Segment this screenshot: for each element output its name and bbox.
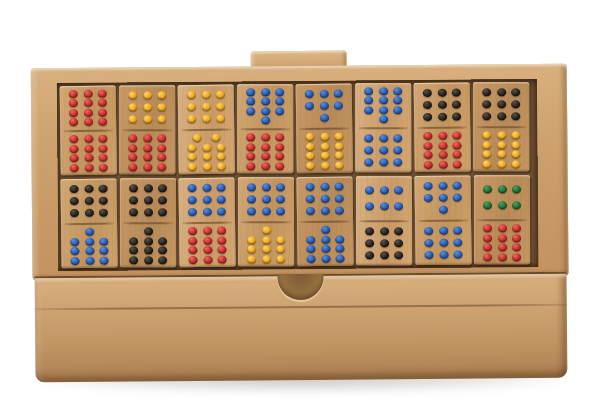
yellow-pip — [276, 255, 285, 263]
yellow-pip — [483, 141, 492, 149]
red-pip — [129, 153, 138, 161]
blue-pip — [438, 193, 447, 201]
blue-pip — [424, 194, 433, 202]
pip-row — [477, 160, 525, 168]
pip-row — [419, 150, 467, 159]
red-pip — [84, 144, 93, 152]
blue-pip — [380, 186, 389, 194]
domino-half-top-blue-6 — [356, 176, 412, 220]
blue-pip — [365, 135, 374, 143]
red-pip — [247, 133, 256, 141]
red-pip — [70, 154, 79, 162]
black-pip — [365, 228, 374, 236]
red-pip — [98, 108, 107, 116]
domino-half-top-blue-9 — [178, 177, 235, 221]
blue-pip — [319, 90, 328, 98]
pip-row — [478, 234, 526, 242]
red-pip — [84, 163, 93, 171]
pip-row — [182, 102, 230, 111]
yellow-pip — [511, 131, 520, 139]
red-pip — [512, 234, 521, 242]
red-pip — [438, 160, 447, 168]
black-pip — [423, 113, 432, 121]
domino-tile-9-10[interactable] — [60, 178, 117, 268]
red-pip — [83, 99, 92, 107]
black-pip — [380, 251, 389, 259]
domino-tile-9-12[interactable] — [473, 82, 529, 171]
yellow-pip — [187, 91, 196, 99]
red-pip — [129, 144, 138, 152]
blue-pip — [188, 196, 197, 204]
red-pip — [498, 234, 507, 242]
pip-row — [183, 183, 231, 192]
yellow-pip — [201, 91, 210, 99]
green-pip — [483, 201, 492, 209]
blue-pip — [305, 102, 314, 110]
pip-row — [242, 236, 290, 244]
black-pip — [84, 185, 93, 193]
pip-row — [477, 131, 525, 139]
pip-row — [302, 254, 350, 263]
blue-pip — [320, 206, 329, 214]
domino-tile-9-11[interactable] — [178, 84, 235, 174]
red-pip — [438, 151, 447, 159]
pip-row — [359, 96, 407, 104]
blue-pip — [275, 97, 284, 105]
black-pip — [98, 184, 107, 192]
red-pip — [98, 154, 107, 162]
red-pip — [84, 118, 93, 126]
blue-pip — [334, 194, 343, 202]
black-pip — [511, 100, 520, 108]
yellow-pip — [143, 91, 152, 99]
red-pip — [143, 163, 152, 171]
pip-row — [183, 195, 231, 204]
blue-pip — [306, 207, 315, 215]
blue-pip — [393, 106, 402, 114]
pip-row — [418, 88, 466, 97]
blue-pip — [306, 183, 315, 191]
blue-pip — [71, 256, 80, 264]
black-pip — [482, 100, 491, 108]
black-pip — [482, 112, 491, 120]
blue-pip — [85, 247, 94, 255]
blue-pip — [321, 245, 330, 253]
blue-pip — [202, 196, 211, 204]
blue-pip — [276, 183, 285, 191]
red-pip — [70, 144, 79, 152]
domino-half-bottom-yellow-10 — [238, 223, 294, 267]
blue-pip — [380, 202, 389, 210]
blue-pip — [320, 194, 329, 202]
blue-pip — [216, 183, 225, 191]
red-pip — [189, 246, 198, 254]
yellow-pip — [320, 142, 329, 150]
pip-row — [419, 251, 467, 260]
domino-half-bottom-yellow-12 — [473, 128, 529, 172]
pip-row — [241, 97, 289, 105]
blue-pip — [99, 247, 108, 255]
black-pip — [129, 208, 138, 216]
blue-pip — [453, 251, 462, 259]
red-pip — [498, 224, 507, 232]
blue-pip — [379, 87, 388, 95]
pip-row — [124, 227, 172, 235]
blue-pip — [307, 235, 316, 243]
pip-row — [300, 113, 348, 122]
pip-row — [301, 182, 349, 191]
pip-row — [64, 99, 112, 108]
yellow-pip — [128, 91, 137, 99]
yellow-pip — [497, 141, 506, 149]
red-pip — [483, 224, 492, 232]
black-pip — [129, 237, 138, 245]
yellow-pip — [334, 133, 343, 141]
yellow-pip — [334, 142, 343, 150]
domino-half-bottom-red-12 — [414, 128, 471, 172]
black-pip — [497, 112, 506, 120]
blue-pip — [321, 226, 330, 234]
blue-pip — [335, 206, 344, 214]
blue-pip — [379, 135, 388, 143]
black-pip — [423, 101, 432, 109]
black-pip — [158, 237, 167, 245]
domino-tile-9-12[interactable] — [414, 82, 471, 172]
green-pip — [512, 201, 521, 209]
blue-pip — [275, 88, 284, 96]
red-pip — [217, 236, 226, 244]
domino-half-top-blue-7 — [414, 175, 471, 219]
red-pip — [261, 162, 270, 170]
red-pip — [217, 227, 226, 235]
black-pip — [365, 251, 374, 259]
yellow-pip — [192, 134, 201, 142]
blue-pip — [394, 186, 403, 194]
red-pip — [83, 89, 92, 97]
black-pip — [144, 246, 153, 254]
blue-pip — [71, 237, 80, 245]
blue-pip — [333, 89, 342, 97]
blue-pip — [202, 184, 211, 192]
pip-row — [64, 144, 112, 153]
green-pip — [483, 185, 492, 193]
black-pip — [380, 228, 389, 236]
pip-row — [478, 224, 526, 232]
pip-row — [360, 228, 408, 236]
pip-row — [64, 135, 112, 144]
pip-row — [419, 227, 467, 236]
blue-pip — [261, 97, 270, 105]
blue-pip — [247, 207, 256, 215]
domino-tile-9-10[interactable] — [238, 177, 294, 266]
black-pip — [451, 88, 460, 96]
blue-pip — [379, 147, 388, 155]
pip-row — [477, 141, 525, 149]
black-pip — [437, 89, 446, 97]
pip-row — [242, 195, 290, 203]
black-pip — [452, 112, 461, 120]
yellow-pip — [187, 103, 196, 111]
pip-row — [182, 114, 230, 123]
blue-pip — [261, 116, 270, 124]
red-pip — [70, 163, 79, 171]
black-pip — [365, 240, 374, 248]
red-pip — [69, 99, 78, 107]
yellow-pip — [188, 162, 197, 170]
pip-row — [301, 194, 349, 203]
red-pip — [98, 144, 107, 152]
yellow-pip — [157, 115, 166, 123]
blue-pip — [335, 235, 344, 243]
pip-row — [418, 131, 466, 140]
box-front-panel — [35, 272, 568, 383]
yellow-pip — [202, 153, 211, 161]
domino-tile-10-12[interactable] — [237, 84, 293, 173]
pip-row — [478, 253, 526, 261]
pip-row — [301, 225, 349, 234]
blue-pip — [202, 207, 211, 215]
pip-row — [359, 158, 407, 166]
blue-pip — [85, 256, 94, 264]
blue-pip — [276, 195, 285, 203]
blue-pip — [439, 227, 448, 235]
blue-pip — [247, 183, 256, 191]
pip-row — [242, 207, 290, 215]
red-pip — [69, 89, 78, 97]
domino-tile-9-12[interactable] — [178, 177, 235, 267]
pip-row — [241, 162, 289, 170]
domino-half-bottom-yellow-11 — [178, 130, 235, 174]
pip-row — [123, 91, 171, 99]
pip-row — [477, 112, 525, 120]
black-pip — [158, 184, 167, 192]
domino-half-top-blue-10 — [237, 84, 293, 128]
blue-pip — [85, 237, 94, 245]
yellow-pip — [306, 142, 315, 150]
blue-pip — [424, 182, 433, 190]
domino-half-top-black-9 — [473, 82, 529, 126]
domino-tile-7-12[interactable] — [296, 83, 353, 173]
red-pip — [129, 163, 138, 171]
pip-row — [359, 135, 407, 143]
pip-row — [65, 196, 113, 205]
blue-pip — [307, 245, 316, 253]
pip-row — [123, 163, 171, 171]
red-pip — [98, 135, 107, 143]
pip-row — [184, 255, 232, 264]
pip-row — [301, 206, 349, 215]
domino-half-top-blue-7 — [296, 83, 353, 127]
domino-half-bottom-red-12 — [237, 130, 293, 174]
red-pip — [498, 243, 507, 251]
domino-half-top-yellow-9 — [178, 84, 235, 128]
blue-pip — [261, 88, 270, 96]
red-pip — [157, 163, 166, 171]
domino-half-top-green-6 — [474, 175, 530, 219]
red-pip — [438, 132, 447, 140]
red-pip — [483, 234, 492, 242]
pip-row — [183, 207, 231, 216]
domino-tile-9-12[interactable] — [119, 85, 175, 174]
domino-half-bottom-blue-9 — [415, 221, 472, 265]
domino-half-bottom-yellow-12 — [296, 129, 353, 173]
blue-pip — [365, 147, 374, 155]
yellow-pip — [306, 161, 315, 169]
yellow-pip — [262, 226, 271, 234]
yellow-pip — [215, 90, 224, 98]
red-pip — [129, 134, 138, 142]
yellow-pip — [320, 161, 329, 169]
blue-pip — [320, 113, 329, 121]
red-pip — [512, 253, 521, 261]
pip-row — [360, 251, 408, 259]
blue-pip — [439, 251, 448, 259]
pip-row — [183, 162, 231, 171]
yellow-pip — [511, 160, 520, 168]
domino-half-bottom-red-12 — [60, 131, 117, 175]
domino-tile-6-12[interactable] — [474, 175, 530, 264]
green-pip — [498, 185, 507, 193]
red-pip — [424, 160, 433, 168]
finger-notch — [278, 274, 324, 300]
yellow-pip — [188, 153, 197, 161]
domino-half-bottom-red-12 — [474, 221, 530, 265]
pip-row — [418, 112, 466, 121]
yellow-pip — [187, 115, 196, 123]
yellow-pip — [483, 150, 492, 158]
black-pip — [438, 112, 447, 120]
pip-row — [242, 183, 290, 191]
black-pip — [158, 208, 167, 216]
lid-seam — [35, 304, 567, 311]
pip-row — [242, 255, 290, 263]
red-pip — [483, 243, 492, 251]
yellow-pip — [202, 143, 211, 151]
red-pip — [438, 141, 447, 149]
blue-pip — [439, 239, 448, 247]
domino-half-bottom-blue-10 — [61, 224, 118, 268]
yellow-pip — [211, 134, 220, 142]
blue-pip — [188, 208, 197, 216]
domino-tile-9-10[interactable] — [120, 178, 176, 267]
blue-pip — [99, 256, 108, 264]
red-pip — [98, 99, 107, 107]
red-pip — [157, 144, 166, 152]
domino-half-top-yellow-9 — [119, 85, 175, 129]
black-pip — [144, 227, 153, 235]
blue-pip — [364, 106, 373, 114]
red-pip — [275, 152, 284, 160]
red-pip — [247, 143, 256, 151]
black-pip — [482, 88, 491, 96]
yellow-pip — [128, 103, 137, 111]
pip-row — [183, 152, 231, 161]
yellow-pip — [483, 131, 492, 139]
domino-half-top-blue-10 — [355, 83, 411, 127]
red-pip — [424, 151, 433, 159]
blue-pip — [453, 239, 462, 247]
red-pip — [483, 253, 492, 261]
red-pip — [143, 153, 152, 161]
domino-half-bottom-black-10 — [120, 224, 176, 268]
pip-row — [183, 245, 231, 254]
pip-row — [241, 107, 289, 115]
red-pip — [98, 118, 107, 126]
domino-tile-9-10[interactable] — [296, 176, 353, 266]
blue-pip — [364, 87, 373, 95]
pip-row — [360, 186, 408, 194]
red-pip — [247, 162, 256, 170]
pip-row — [359, 146, 407, 154]
red-pip — [275, 133, 284, 141]
domino-half-top-red-12 — [60, 85, 117, 129]
blue-pip — [276, 207, 285, 215]
domino-tile-6-9[interactable] — [356, 176, 412, 265]
pip-row — [124, 256, 172, 264]
red-pip — [498, 253, 507, 261]
blue-pip — [262, 195, 271, 203]
red-pip — [512, 243, 521, 251]
blue-pip — [85, 228, 94, 236]
blue-pip — [334, 101, 343, 109]
red-pip — [143, 134, 152, 142]
pip-row — [419, 205, 467, 214]
blue-pip — [379, 106, 388, 114]
domino-tile-10-9[interactable] — [355, 83, 411, 172]
domino-half-bottom-red-12 — [119, 131, 175, 175]
black-pip — [158, 246, 167, 254]
red-pip — [452, 131, 461, 139]
blue-pip — [262, 183, 271, 191]
blue-pip — [425, 239, 434, 247]
red-pip — [157, 134, 166, 142]
blue-pip — [334, 182, 343, 190]
yellow-pip — [497, 150, 506, 158]
red-pip — [203, 236, 212, 244]
black-pip — [144, 237, 153, 245]
red-pip — [203, 227, 212, 235]
blue-pip — [335, 254, 344, 262]
yellow-pip — [216, 114, 225, 122]
blue-pip — [379, 115, 388, 123]
pip-row — [241, 152, 289, 160]
black-pip — [99, 208, 108, 216]
domino-half-bottom-blue-9 — [355, 129, 411, 173]
domino-tile-12-12[interactable] — [60, 85, 117, 175]
black-pip — [497, 88, 506, 96]
pip-row — [419, 160, 467, 169]
blue-pip — [453, 227, 462, 235]
pip-row — [301, 244, 349, 253]
black-pip — [511, 112, 520, 120]
yellow-pip — [247, 245, 256, 253]
pip-row — [301, 235, 349, 244]
domino-tile-7-9[interactable] — [414, 175, 471, 265]
blue-pip — [261, 107, 270, 115]
pip-row — [300, 142, 348, 151]
yellow-pip — [216, 102, 225, 110]
blue-pip — [452, 193, 461, 201]
yellow-pip — [306, 133, 315, 141]
black-pip — [98, 196, 107, 204]
pip-row — [418, 141, 466, 150]
yellow-pip — [157, 103, 166, 111]
blue-pip — [321, 254, 330, 262]
yellow-pip — [202, 114, 211, 122]
yellow-pip — [320, 133, 329, 141]
blue-pip — [217, 207, 226, 215]
pip-row — [477, 88, 525, 96]
